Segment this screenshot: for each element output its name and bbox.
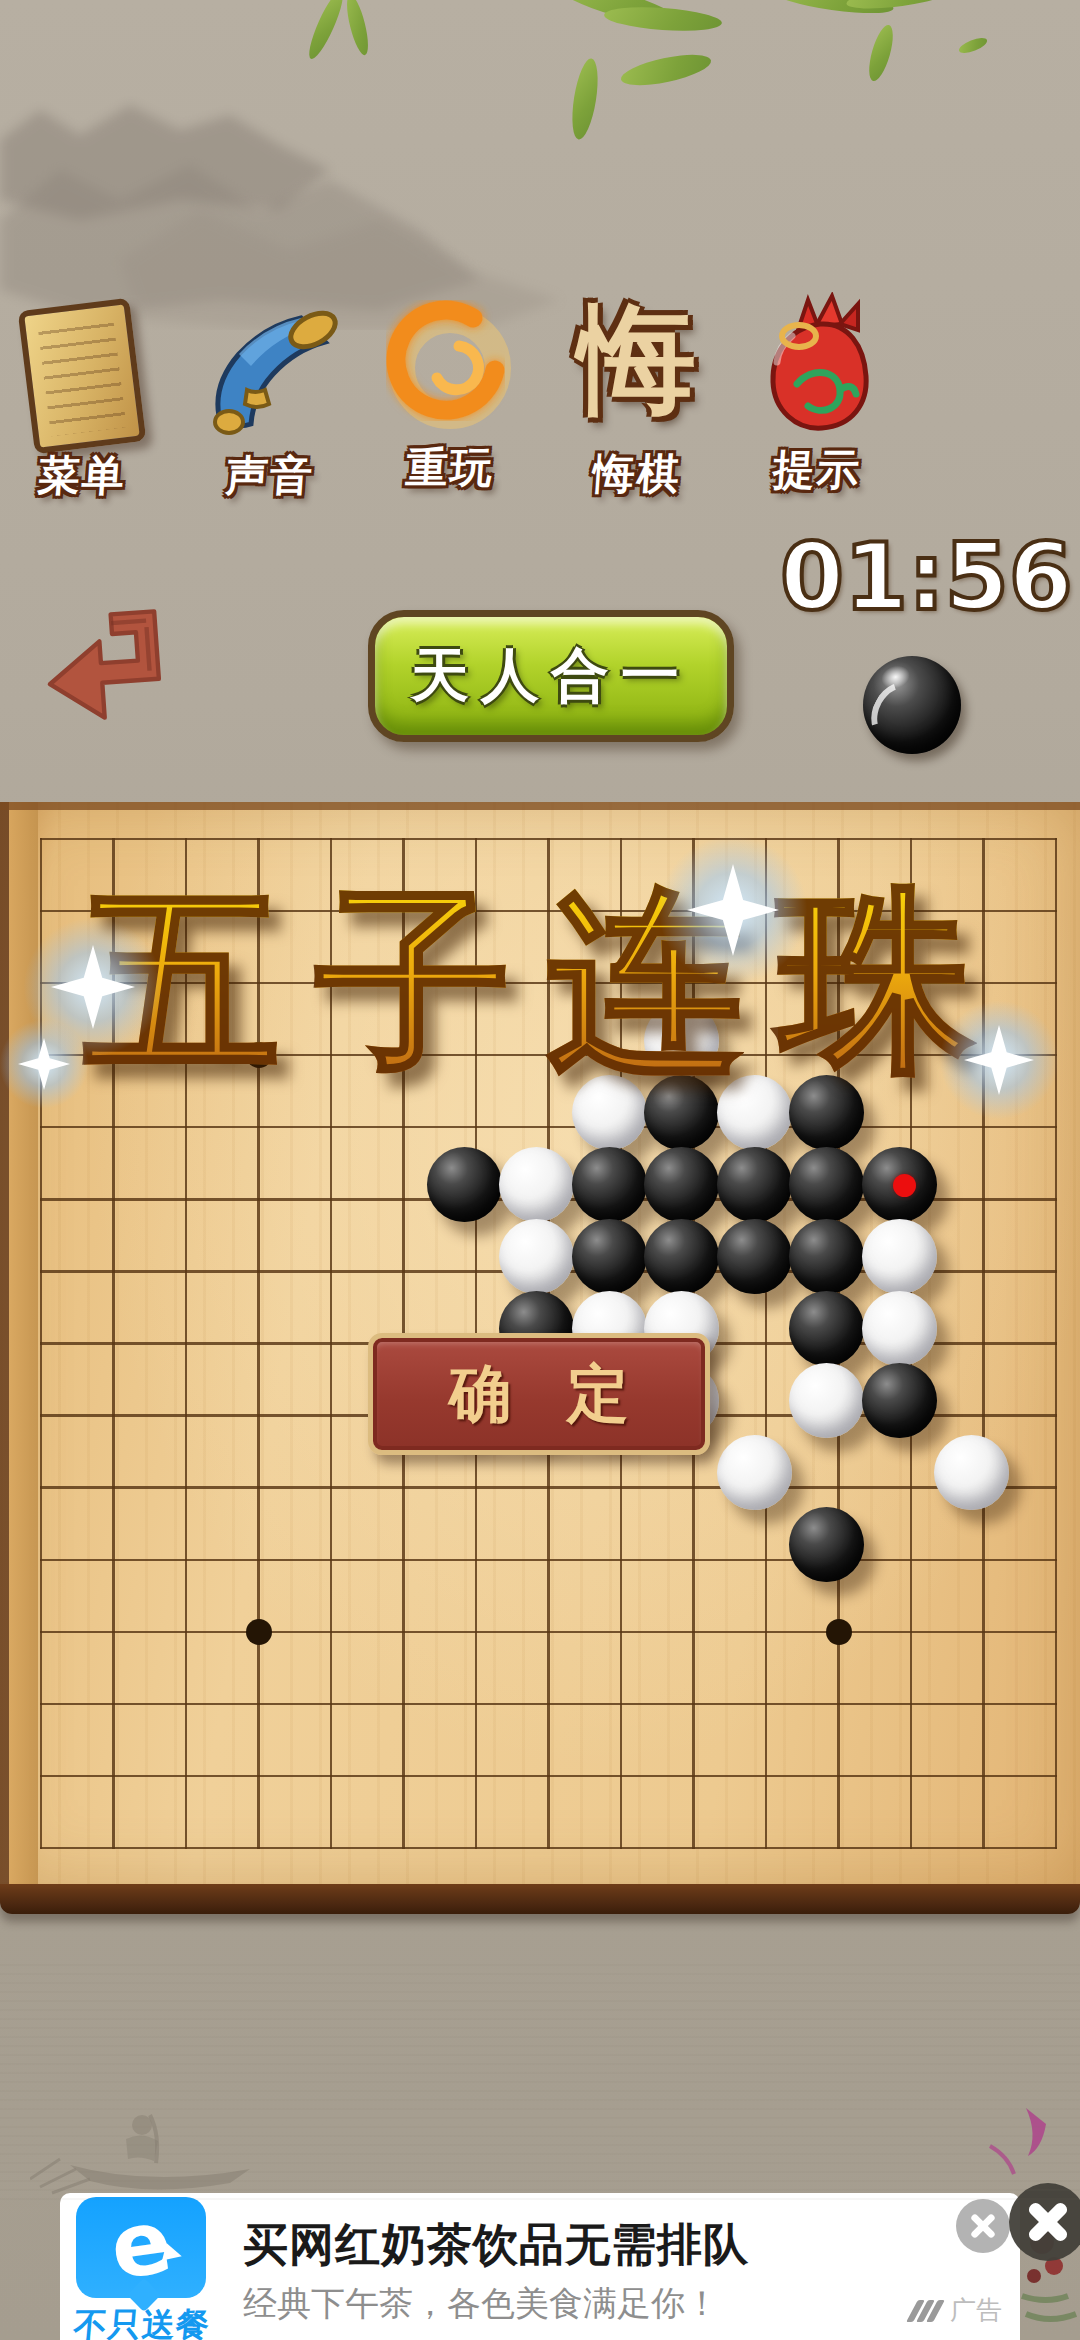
ad-banner[interactable]: e 不只送餐 买网红奶茶饮品无需排队 经典下午茶，各色美食满足你！ 广告 (60, 2193, 1020, 2340)
stone-black (644, 1075, 719, 1150)
stone-white (862, 1219, 937, 1294)
mode-button-label: 天人合一 (411, 637, 691, 715)
confirm-button[interactable]: 确 定 (368, 1333, 710, 1455)
menu-label: 菜单 (36, 448, 128, 504)
stone-white (862, 1291, 937, 1366)
stone-white (499, 1147, 574, 1222)
stone-black (789, 1219, 864, 1294)
back-button[interactable] (36, 603, 184, 732)
mode-button[interactable]: 天人合一 (368, 610, 734, 742)
bamboo-leaf (603, 4, 722, 34)
ad-close-button[interactable] (956, 2199, 1010, 2253)
stone-white (644, 1003, 719, 1078)
stone-black (427, 1147, 502, 1222)
stone-white (934, 1435, 1009, 1510)
game-screen: 菜单 声音 重玩 悔 悔棋 (0, 0, 1080, 2340)
scroll-menu-icon (18, 298, 147, 455)
replay-button[interactable]: 重玩 (362, 290, 538, 496)
ad-logo-text: 不只送餐 (62, 2303, 222, 2340)
ad-close-button-outer[interactable] (1009, 2183, 1080, 2261)
stone-black (789, 1507, 864, 1582)
game-timer: 01:56 (780, 524, 1060, 631)
bamboo-leaf (864, 23, 897, 84)
ad-headline: 买网红奶茶饮品无需排队 (243, 2215, 749, 2275)
horn-sound-icon (195, 298, 345, 444)
stone-black (789, 1147, 864, 1222)
ad-subline: 经典下午茶，各色美食满足你！ (243, 2281, 719, 2327)
stone-white (789, 1363, 864, 1438)
hui-undo-icon: 悔 (578, 295, 696, 426)
ink-mountains-decor (0, 50, 660, 330)
stone-white (499, 1219, 574, 1294)
stone-black (862, 1363, 937, 1438)
stone-black (572, 1219, 647, 1294)
stone-black (644, 1219, 719, 1294)
confirm-button-label: 确 定 (429, 1352, 649, 1436)
last-move-marker (893, 1174, 916, 1197)
stone-black (717, 1147, 792, 1222)
stone-black (789, 1291, 864, 1366)
turn-indicator-stone (863, 656, 961, 754)
menu-button[interactable]: 菜单 (0, 298, 170, 504)
bamboo-leaf (343, 0, 373, 57)
stone-white (572, 1075, 647, 1150)
stone-white (717, 1435, 792, 1510)
stone-black (644, 1147, 719, 1222)
undo-label: 悔棋 (591, 446, 683, 502)
undo-button[interactable]: 悔 悔棋 (549, 296, 725, 502)
ad-network-icon (912, 2300, 942, 2322)
stone-black (572, 1147, 647, 1222)
sound-button[interactable]: 声音 (182, 298, 358, 504)
flame-replay-icon (375, 290, 525, 442)
hint-button[interactable]: 提示 (729, 292, 905, 498)
stone-black (717, 1219, 792, 1294)
hint-label: 提示 (771, 442, 863, 498)
ad-mark: 广告 (912, 2293, 1002, 2328)
ad-logo-icon: e (76, 2197, 206, 2298)
stone-white (717, 1075, 792, 1150)
replay-label: 重玩 (404, 440, 496, 496)
stone-black (789, 1075, 864, 1150)
stone-black (862, 1147, 937, 1222)
ink-boat-decor (30, 2095, 370, 2195)
sound-label: 声音 (224, 448, 316, 504)
pouch-hint-icon (742, 292, 892, 442)
ad-logo-glyph: e (69, 2184, 212, 2304)
bamboo-leaf (957, 35, 989, 56)
